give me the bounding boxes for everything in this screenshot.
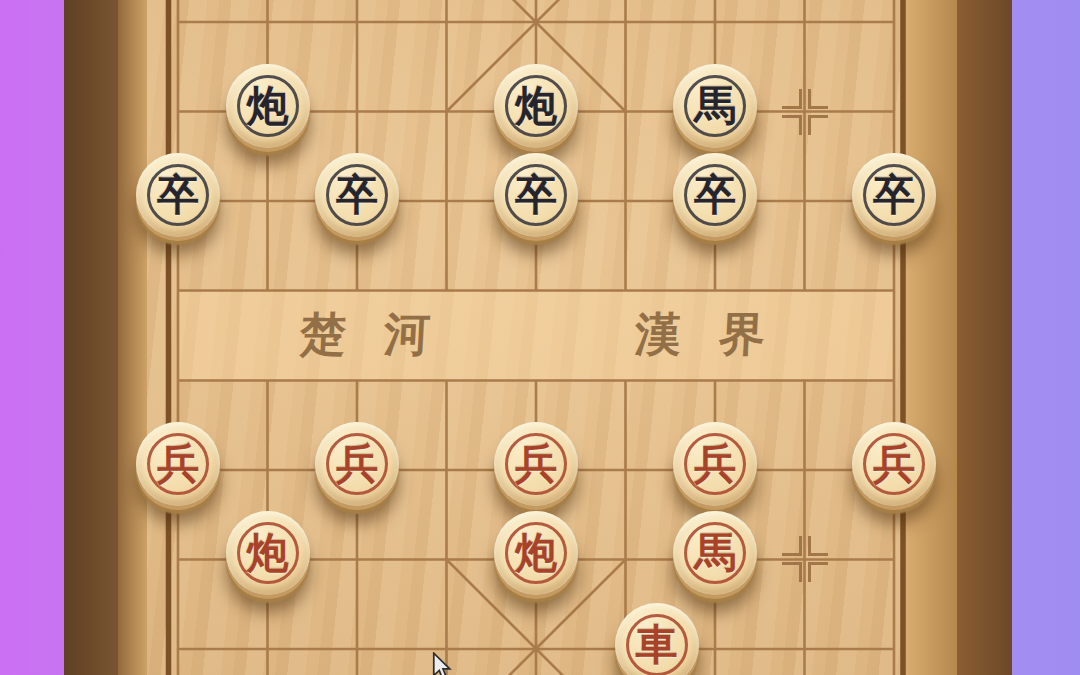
black-pawn[interactable]: 卒 <box>673 153 757 237</box>
piece-glyph: 兵 <box>315 422 399 506</box>
piece-glyph: 卒 <box>852 153 936 237</box>
piece-glyph: 兵 <box>673 422 757 506</box>
piece-glyph: 馬 <box>673 511 757 595</box>
piece-glyph: 兵 <box>852 422 936 506</box>
piece-glyph: 馬 <box>673 64 757 148</box>
black-pawn[interactable]: 卒 <box>852 153 936 237</box>
piece-glyph: 炮 <box>494 511 578 595</box>
red-pawn[interactable]: 兵 <box>494 422 578 506</box>
piece-glyph: 卒 <box>136 153 220 237</box>
piece-glyph: 卒 <box>673 153 757 237</box>
red-pawn[interactable]: 兵 <box>315 422 399 506</box>
black-pawn[interactable]: 卒 <box>136 153 220 237</box>
red-cannon[interactable]: 炮 <box>226 511 310 595</box>
red-cannon[interactable]: 炮 <box>494 511 578 595</box>
piece-glyph: 車 <box>615 603 699 675</box>
black-pawn[interactable]: 卒 <box>315 153 399 237</box>
piece-glyph: 卒 <box>315 153 399 237</box>
black-cannon[interactable]: 炮 <box>494 64 578 148</box>
piece-glyph: 炮 <box>226 64 310 148</box>
red-pawn[interactable]: 兵 <box>852 422 936 506</box>
black-horse[interactable]: 馬 <box>673 64 757 148</box>
red-pawn[interactable]: 兵 <box>136 422 220 506</box>
piece-glyph: 兵 <box>136 422 220 506</box>
black-cannon[interactable]: 炮 <box>226 64 310 148</box>
red-horse[interactable]: 馬 <box>673 511 757 595</box>
piece-glyph: 炮 <box>494 64 578 148</box>
wood-frame-left <box>64 0 118 675</box>
piece-glyph: 兵 <box>494 422 578 506</box>
piece-glyph: 炮 <box>226 511 310 595</box>
piece-glyph: 卒 <box>494 153 578 237</box>
red-chariot[interactable]: 車 <box>615 603 699 675</box>
xiangqi-game-screen: 楚河 漢界 炮炮馬卒卒卒卒卒兵兵兵兵兵炮炮馬車 <box>0 0 1080 675</box>
black-pawn[interactable]: 卒 <box>494 153 578 237</box>
pieces-layer: 炮炮馬卒卒卒卒卒兵兵兵兵兵炮炮馬車 <box>133 0 939 675</box>
wood-frame-right <box>957 0 1012 675</box>
red-pawn[interactable]: 兵 <box>673 422 757 506</box>
